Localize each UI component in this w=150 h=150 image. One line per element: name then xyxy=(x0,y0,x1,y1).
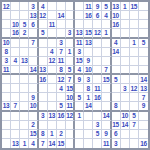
sudoku-cell-r13c12[interactable]: 14 xyxy=(102,112,111,121)
sudoku-cell-r14c8[interactable] xyxy=(66,121,75,130)
sudoku-cell-r5c6[interactable] xyxy=(48,39,57,48)
sudoku-cell-r9c10[interactable]: 3 xyxy=(84,75,93,84)
sudoku-cell-r14c12[interactable] xyxy=(102,121,111,130)
sudoku-cell-r11c8[interactable]: 10 xyxy=(66,93,75,102)
sudoku-cell-r4c12[interactable]: 1 xyxy=(102,29,111,38)
sudoku-cell-r9c15[interactable] xyxy=(130,75,139,84)
sudoku-cell-r12c15[interactable] xyxy=(130,102,139,111)
sudoku-cell-r4c5[interactable]: 5 xyxy=(39,29,48,38)
sudoku-cell-r13c7[interactable]: 16 xyxy=(57,112,66,121)
sudoku-cell-r14c1[interactable] xyxy=(2,121,11,130)
sudoku-cell-r11c12[interactable] xyxy=(102,93,111,102)
sudoku-cell-r14c9[interactable] xyxy=(75,121,84,130)
sudoku-cell-r11c13[interactable] xyxy=(112,93,121,102)
sudoku-cell-r13c2[interactable] xyxy=(11,112,20,121)
sudoku-cell-r9c8[interactable]: 7 xyxy=(66,75,75,84)
sudoku-cell-r6c1[interactable]: 8 xyxy=(2,48,11,57)
sudoku-cell-r14c16[interactable] xyxy=(139,121,148,130)
sudoku-cell-r2c7[interactable]: 14 xyxy=(57,11,66,20)
sudoku-cell-r10c12[interactable] xyxy=(102,84,111,93)
sudoku-cell-r8c8[interactable]: 5 xyxy=(66,66,75,75)
sudoku-cell-r5c15[interactable]: 1 xyxy=(130,39,139,48)
sudoku-cell-r1c1[interactable]: 12 xyxy=(2,2,11,11)
sudoku-cell-r8c5[interactable]: 13 xyxy=(39,66,48,75)
sudoku-cell-r9c6[interactable] xyxy=(48,75,57,84)
sudoku-cell-r6c15[interactable] xyxy=(130,48,139,57)
sudoku-cell-r12c9[interactable] xyxy=(75,102,84,111)
sudoku-cell-r2c14[interactable] xyxy=(121,11,130,20)
sudoku-cell-r1c15[interactable]: 15 xyxy=(130,2,139,11)
sudoku-cell-r10c1[interactable] xyxy=(2,84,11,93)
sudoku-cell-r15c4[interactable]: 15 xyxy=(29,130,38,139)
sudoku-cell-r5c3[interactable] xyxy=(20,39,29,48)
sudoku-cell-r9c2[interactable] xyxy=(11,75,20,84)
sudoku-cell-r2c15[interactable] xyxy=(130,11,139,20)
sudoku-cell-r2c4[interactable]: 13 xyxy=(29,11,38,20)
sudoku-cell-r6c12[interactable] xyxy=(102,48,111,57)
sudoku-cell-r4c13[interactable] xyxy=(112,29,121,38)
sudoku-cell-r12c14[interactable] xyxy=(121,102,130,111)
sudoku-cell-r14c6[interactable] xyxy=(48,121,57,130)
sudoku-cell-r15c5[interactable]: 8 xyxy=(39,130,48,139)
sudoku-cell-r14c3[interactable] xyxy=(20,121,29,130)
sudoku-cell-r11c5[interactable] xyxy=(39,93,48,102)
sudoku-cell-r6c5[interactable] xyxy=(39,48,48,57)
sudoku-cell-r2c11[interactable]: 6 xyxy=(93,11,102,20)
sudoku-cell-r10c8[interactable]: 15 xyxy=(66,84,75,93)
sudoku-cell-r15c6[interactable]: 1 xyxy=(48,130,57,139)
sudoku-cell-r12c10[interactable]: 14 xyxy=(84,102,93,111)
sudoku-cell-r10c11[interactable]: 11 xyxy=(93,84,102,93)
sudoku-cell-r15c2[interactable] xyxy=(11,130,20,139)
sudoku-cell-r9c14[interactable] xyxy=(121,75,130,84)
sudoku-cell-r12c8[interactable]: 11 xyxy=(66,102,75,111)
sudoku-cell-r3c13[interactable]: 16 xyxy=(112,20,121,29)
sudoku-cell-r8c13[interactable] xyxy=(112,66,121,75)
sudoku-cell-r13c13[interactable] xyxy=(112,112,121,121)
sudoku-cell-r16c15[interactable] xyxy=(130,139,139,148)
sudoku-cell-r1c12[interactable]: 5 xyxy=(102,2,111,11)
sudoku-cell-r4c16[interactable] xyxy=(139,29,148,38)
sudoku-cell-r13c6[interactable]: 13 xyxy=(48,112,57,121)
sudoku-cell-r5c8[interactable] xyxy=(66,39,75,48)
sudoku-cell-r14c15[interactable]: 7 xyxy=(130,121,139,130)
sudoku-cell-r1c4[interactable]: 3 xyxy=(29,2,38,11)
sudoku-cell-r14c4[interactable]: 2 xyxy=(29,121,38,130)
sudoku-cell-r1c8[interactable] xyxy=(66,2,75,11)
sudoku-cell-r8c4[interactable]: 14 xyxy=(29,66,38,75)
sudoku-cell-r7c10[interactable]: 9 xyxy=(84,57,93,66)
sudoku-cell-r13c4[interactable] xyxy=(29,112,38,121)
sudoku-cell-r8c15[interactable] xyxy=(130,66,139,75)
sudoku-cell-r3c2[interactable]: 10 xyxy=(11,20,20,29)
sudoku-cell-r14c11[interactable]: 3 xyxy=(93,121,102,130)
sudoku-cell-r7c15[interactable] xyxy=(130,57,139,66)
sudoku-cell-r16c5[interactable]: 7 xyxy=(39,139,48,148)
sudoku-cell-r7c7[interactable]: 11 xyxy=(57,57,66,66)
sudoku-cell-r4c4[interactable] xyxy=(29,29,38,38)
sudoku-cell-r8c16[interactable] xyxy=(139,66,148,75)
sudoku-cell-r4c11[interactable]: 12 xyxy=(93,29,102,38)
sudoku-cell-r1c16[interactable] xyxy=(139,2,148,11)
sudoku-cell-r4c8[interactable]: 3 xyxy=(66,29,75,38)
sudoku-cell-r11c7[interactable] xyxy=(57,93,66,102)
sudoku-cell-r12c12[interactable] xyxy=(102,102,111,111)
sudoku-cell-r13c11[interactable] xyxy=(93,112,102,121)
sudoku-cell-r8c14[interactable] xyxy=(121,66,130,75)
sudoku-cell-r8c7[interactable]: 8 xyxy=(57,66,66,75)
sudoku-cell-r12c3[interactable] xyxy=(20,102,29,111)
sudoku-cell-r15c13[interactable]: 6 xyxy=(112,130,121,139)
sudoku-cell-r1c7[interactable] xyxy=(57,2,66,11)
sudoku-cell-r2c2[interactable] xyxy=(11,11,20,20)
sudoku-cell-r3c4[interactable]: 6 xyxy=(29,20,38,29)
sudoku-cell-r16c7[interactable]: 15 xyxy=(57,139,66,148)
sudoku-cell-r9c16[interactable]: 14 xyxy=(139,75,148,84)
sudoku-cell-r6c8[interactable]: 1 xyxy=(66,48,75,57)
sudoku-cell-r2c1[interactable] xyxy=(2,11,11,20)
sudoku-cell-r11c16[interactable]: 7 xyxy=(139,93,148,102)
sudoku-cell-r2c9[interactable] xyxy=(75,11,84,20)
sudoku-cell-r3c5[interactable] xyxy=(39,20,48,29)
sudoku-cell-r7c9[interactable]: 15 xyxy=(75,57,84,66)
sudoku-cell-r15c3[interactable] xyxy=(20,130,29,139)
sudoku-cell-r1c9[interactable] xyxy=(75,2,84,11)
sudoku-cell-r16c13[interactable]: 3 xyxy=(112,139,121,148)
sudoku-cell-r16c8[interactable] xyxy=(66,139,75,148)
sudoku-cell-r9c7[interactable]: 12 xyxy=(57,75,66,84)
sudoku-cell-r5c16[interactable]: 5 xyxy=(139,39,148,48)
sudoku-cell-r15c8[interactable] xyxy=(66,130,75,139)
sudoku-cell-r5c4[interactable]: 7 xyxy=(29,39,38,48)
sudoku-cell-r10c15[interactable]: 12 xyxy=(130,84,139,93)
sudoku-cell-r11c1[interactable] xyxy=(2,93,11,102)
sudoku-cell-r13c14[interactable]: 10 xyxy=(121,112,130,121)
sudoku-cell-r6c3[interactable] xyxy=(20,48,29,57)
sudoku-cell-r10c2[interactable] xyxy=(11,84,20,93)
sudoku-cell-r9c13[interactable]: 5 xyxy=(112,75,121,84)
sudoku-cell-r7c8[interactable] xyxy=(66,57,75,66)
sudoku-cell-r8c2[interactable] xyxy=(11,66,20,75)
sudoku-cell-r1c6[interactable] xyxy=(48,2,57,11)
sudoku-cell-r3c15[interactable] xyxy=(130,20,139,29)
sudoku-cell-r11c2[interactable] xyxy=(11,93,20,102)
sudoku-cell-r6c16[interactable] xyxy=(139,48,148,57)
sudoku-cell-r16c9[interactable] xyxy=(75,139,84,148)
sudoku-cell-r1c3[interactable] xyxy=(20,2,29,11)
sudoku-cell-r13c8[interactable]: 12 xyxy=(66,112,75,121)
sudoku-cell-r12c1[interactable]: 13 xyxy=(2,102,11,111)
sudoku-cell-r5c12[interactable] xyxy=(102,39,111,48)
sudoku-cell-r6c2[interactable] xyxy=(11,48,20,57)
sudoku-cell-r3c3[interactable]: 5 xyxy=(20,20,29,29)
sudoku-cell-r16c4[interactable]: 4 xyxy=(29,139,38,148)
sudoku-cell-r5c14[interactable] xyxy=(121,39,130,48)
sudoku-cell-r13c16[interactable] xyxy=(139,112,148,121)
sudoku-cell-r12c11[interactable] xyxy=(93,102,102,111)
sudoku-cell-r9c9[interactable]: 9 xyxy=(75,75,84,84)
sudoku-cell-r16c16[interactable]: 16 xyxy=(139,139,148,148)
sudoku-cell-r10c10[interactable]: 8 xyxy=(84,84,93,93)
sudoku-cell-r2c8[interactable] xyxy=(66,11,75,20)
sudoku-cell-r12c5[interactable] xyxy=(39,102,48,111)
sudoku-cell-r12c2[interactable]: 7 xyxy=(11,102,20,111)
sudoku-cell-r8c1[interactable]: 11 xyxy=(2,66,11,75)
sudoku-cell-r16c14[interactable] xyxy=(121,139,130,148)
sudoku-cell-r2c10[interactable]: 16 xyxy=(84,11,93,20)
sudoku-cell-r3c7[interactable] xyxy=(57,20,66,29)
sudoku-cell-r4c14[interactable] xyxy=(121,29,130,38)
sudoku-cell-r9c11[interactable] xyxy=(93,75,102,84)
sudoku-cell-r7c5[interactable] xyxy=(39,57,48,66)
sudoku-cell-r2c12[interactable]: 4 xyxy=(102,11,111,20)
sudoku-cell-r7c3[interactable]: 13 xyxy=(20,57,29,66)
sudoku-cell-r9c12[interactable]: 15 xyxy=(102,75,111,84)
sudoku-cell-r4c1[interactable] xyxy=(2,29,11,38)
sudoku-cell-r1c13[interactable]: 13 xyxy=(112,2,121,11)
sudoku-cell-r15c9[interactable] xyxy=(75,130,84,139)
sudoku-cell-r2c16[interactable] xyxy=(139,11,148,20)
sudoku-cell-r15c7[interactable]: 2 xyxy=(57,130,66,139)
sudoku-cell-r10c14[interactable]: 3 xyxy=(121,84,130,93)
sudoku-cell-r5c10[interactable]: 13 xyxy=(84,39,93,48)
sudoku-cell-r4c2[interactable]: 16 xyxy=(11,29,20,38)
sudoku-cell-r8c10[interactable]: 10 xyxy=(84,66,93,75)
sudoku-cell-r11c15[interactable] xyxy=(130,93,139,102)
sudoku-cell-r3c11[interactable] xyxy=(93,20,102,29)
sudoku-cell-r16c10[interactable] xyxy=(84,139,93,148)
sudoku-cell-r14c10[interactable] xyxy=(84,121,93,130)
sudoku-cell-r3c8[interactable] xyxy=(66,20,75,29)
sudoku-cell-r10c3[interactable] xyxy=(20,84,29,93)
sudoku-cell-r11c11[interactable]: 16 xyxy=(93,93,102,102)
sudoku-cell-r7c2[interactable]: 4 xyxy=(11,57,20,66)
sudoku-cell-r13c3[interactable] xyxy=(20,112,29,121)
sudoku-cell-r14c5[interactable] xyxy=(39,121,48,130)
sudoku-cell-r3c10[interactable] xyxy=(84,20,93,29)
sudoku-cell-r15c12[interactable]: 9 xyxy=(102,130,111,139)
sudoku-cell-r5c11[interactable] xyxy=(93,39,102,48)
sudoku-board: 1234119513115131214166410105611161625313… xyxy=(0,0,150,150)
sudoku-cell-r2c6[interactable] xyxy=(48,11,57,20)
sudoku-cell-r16c3[interactable]: 1 xyxy=(20,139,29,148)
sudoku-cell-r1c5[interactable]: 4 xyxy=(39,2,48,11)
sudoku-cell-r15c14[interactable] xyxy=(121,130,130,139)
sudoku-cell-r14c13[interactable]: 15 xyxy=(112,121,121,130)
sudoku-cell-r14c14[interactable]: 14 xyxy=(121,121,130,130)
sudoku-cell-r11c10[interactable]: 1 xyxy=(84,93,93,102)
sudoku-cell-r8c6[interactable] xyxy=(48,66,57,75)
sudoku-cell-r10c9[interactable] xyxy=(75,84,84,93)
sudoku-cell-r9c5[interactable]: 16 xyxy=(39,75,48,84)
sudoku-cell-r5c2[interactable] xyxy=(11,39,20,48)
sudoku-cell-r1c14[interactable]: 1 xyxy=(121,2,130,11)
sudoku-cell-r2c13[interactable]: 10 xyxy=(112,11,121,20)
sudoku-cell-r1c2[interactable] xyxy=(11,2,20,11)
sudoku-cell-r3c9[interactable] xyxy=(75,20,84,29)
sudoku-cell-r14c2[interactable] xyxy=(11,121,20,130)
sudoku-cell-r15c16[interactable] xyxy=(139,130,148,139)
sudoku-cell-r1c10[interactable]: 11 xyxy=(84,2,93,11)
sudoku-cell-r13c9[interactable]: 1 xyxy=(75,112,84,121)
sudoku-cell-r9c4[interactable] xyxy=(29,75,38,84)
sudoku-cell-r12c16[interactable]: 9 xyxy=(139,102,148,111)
sudoku-cell-r3c6[interactable]: 11 xyxy=(48,20,57,29)
sudoku-cell-r3c16[interactable] xyxy=(139,20,148,29)
sudoku-cell-r4c3[interactable]: 2 xyxy=(20,29,29,38)
sudoku-cell-r14c7[interactable] xyxy=(57,121,66,130)
sudoku-cell-r13c15[interactable]: 5 xyxy=(130,112,139,121)
sudoku-cell-r4c9[interactable]: 13 xyxy=(75,29,84,38)
sudoku-cell-r11c3[interactable] xyxy=(20,93,29,102)
sudoku-cell-r16c2[interactable]: 13 xyxy=(11,139,20,148)
sudoku-cell-r16c1[interactable] xyxy=(2,139,11,148)
sudoku-cell-r7c16[interactable] xyxy=(139,57,148,66)
sudoku-cell-r8c12[interactable]: 7 xyxy=(102,66,111,75)
sudoku-cell-r5c1[interactable]: 10 xyxy=(2,39,11,48)
sudoku-cell-r11c4[interactable]: 9 xyxy=(29,93,38,102)
sudoku-cell-r10c5[interactable] xyxy=(39,84,48,93)
sudoku-cell-r10c4[interactable] xyxy=(29,84,38,93)
sudoku-cell-r7c1[interactable]: 3 xyxy=(2,57,11,66)
sudoku-cell-r5c13[interactable]: 4 xyxy=(112,39,121,48)
sudoku-cell-r15c15[interactable] xyxy=(130,130,139,139)
sudoku-cell-r6c6[interactable]: 4 xyxy=(48,48,57,57)
sudoku-cell-r10c7[interactable]: 4 xyxy=(57,84,66,93)
sudoku-cell-r7c14[interactable] xyxy=(121,57,130,66)
sudoku-cell-r11c6[interactable] xyxy=(48,93,57,102)
sudoku-cell-r10c6[interactable] xyxy=(48,84,57,93)
sudoku-cell-r6c7[interactable]: 7 xyxy=(57,48,66,57)
sudoku-cell-r8c3[interactable] xyxy=(20,66,29,75)
sudoku-cell-r6c10[interactable] xyxy=(84,48,93,57)
sudoku-cell-r13c1[interactable] xyxy=(2,112,11,121)
sudoku-cell-r12c4[interactable]: 10 xyxy=(29,102,38,111)
sudoku-cell-r2c3[interactable] xyxy=(20,11,29,20)
sudoku-cell-r5c7[interactable]: 3 xyxy=(57,39,66,48)
sudoku-cell-r6c9[interactable]: 3 xyxy=(75,48,84,57)
sudoku-cell-r6c13[interactable]: 14 xyxy=(112,48,121,57)
sudoku-cell-r6c14[interactable] xyxy=(121,48,130,57)
sudoku-cell-r4c10[interactable]: 15 xyxy=(84,29,93,38)
sudoku-cell-r11c14[interactable] xyxy=(121,93,130,102)
sudoku-cell-r9c1[interactable] xyxy=(2,75,11,84)
sudoku-cell-r4c15[interactable] xyxy=(130,29,139,38)
sudoku-cell-r8c9[interactable]: 4 xyxy=(75,66,84,75)
sudoku-cell-r4c6[interactable] xyxy=(48,29,57,38)
sudoku-cell-r8c11[interactable] xyxy=(93,66,102,75)
sudoku-cell-r10c13[interactable] xyxy=(112,84,121,93)
sudoku-cell-r3c14[interactable] xyxy=(121,20,130,29)
sudoku-cell-r16c12[interactable]: 11 xyxy=(102,139,111,148)
sudoku-cell-r1c11[interactable]: 9 xyxy=(93,2,102,11)
sudoku-cell-r13c10[interactable] xyxy=(84,112,93,121)
sudoku-cell-r5c5[interactable] xyxy=(39,39,48,48)
sudoku-cell-r16c6[interactable]: 14 xyxy=(48,139,57,148)
sudoku-cell-r2c5[interactable]: 12 xyxy=(39,11,48,20)
sudoku-cell-r10c16[interactable]: 13 xyxy=(139,84,148,93)
sudoku-cell-r15c1[interactable] xyxy=(2,130,11,139)
sudoku-cell-r7c12[interactable] xyxy=(102,57,111,66)
sudoku-cell-r3c12[interactable] xyxy=(102,20,111,29)
sudoku-cell-r15c11[interactable]: 5 xyxy=(93,130,102,139)
sudoku-cell-r12c13[interactable]: 8 xyxy=(112,102,121,111)
sudoku-cell-r7c13[interactable] xyxy=(112,57,121,66)
sudoku-cell-r6c11[interactable] xyxy=(93,48,102,57)
sudoku-cell-r13c5[interactable]: 3 xyxy=(39,112,48,121)
sudoku-cell-r11c9[interactable]: 5 xyxy=(75,93,84,102)
sudoku-cell-r4c7[interactable] xyxy=(57,29,66,38)
sudoku-cell-r6c4[interactable] xyxy=(29,48,38,57)
sudoku-cell-r12c6[interactable] xyxy=(48,102,57,111)
sudoku-cell-r12c7[interactable]: 5 xyxy=(57,102,66,111)
sudoku-cell-r7c4[interactable] xyxy=(29,57,38,66)
sudoku-cell-r5c9[interactable]: 11 xyxy=(75,39,84,48)
sudoku-cell-r3c1[interactable] xyxy=(2,20,11,29)
sudoku-cell-r7c11[interactable] xyxy=(93,57,102,66)
sudoku-cell-r9c3[interactable] xyxy=(20,75,29,84)
sudoku-cell-r15c10[interactable] xyxy=(84,130,93,139)
sudoku-cell-r7c6[interactable]: 12 xyxy=(48,57,57,66)
sudoku-cell-r16c11[interactable] xyxy=(93,139,102,148)
